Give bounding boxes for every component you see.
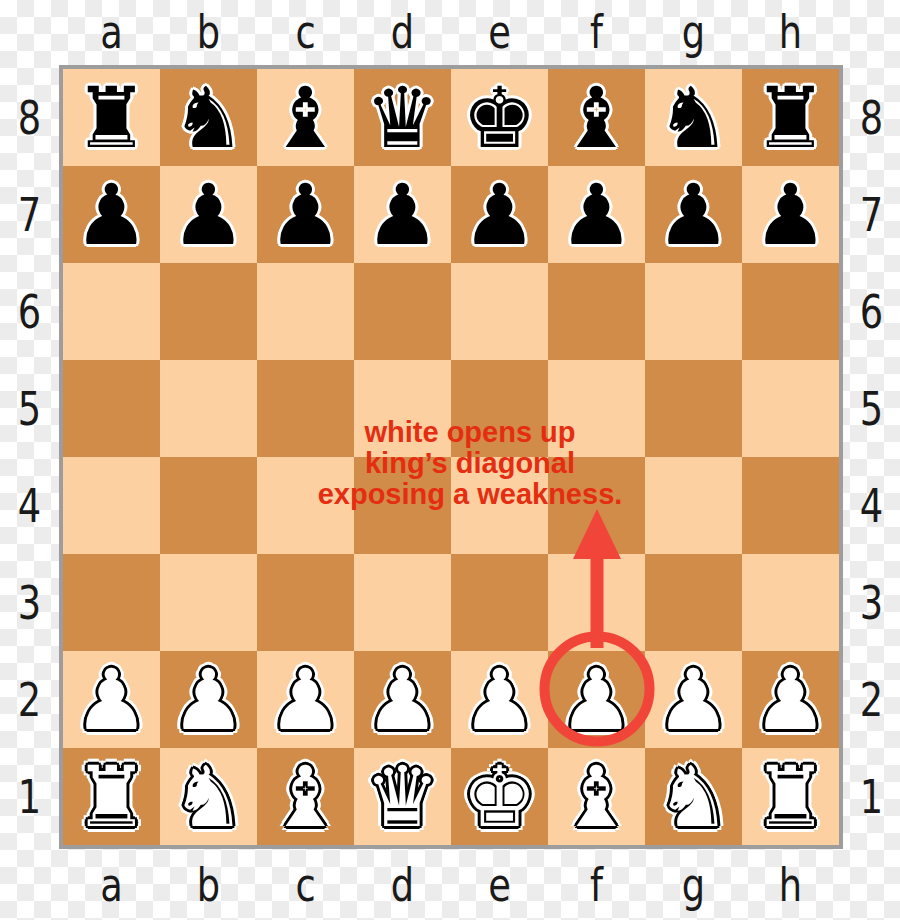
square-e2: ♟ <box>451 651 548 748</box>
square-g6 <box>645 263 742 360</box>
rank-label-3: 3 <box>6 554 53 651</box>
file-label-e: e <box>461 0 539 64</box>
rank-label-6: 6 <box>849 263 895 360</box>
piece-white-bishop: ♝ <box>548 748 645 845</box>
square-b4 <box>160 457 257 554</box>
file-labels-top: abcdefgh <box>63 0 839 64</box>
file-label-b: b <box>170 0 248 64</box>
rank-label-2: 2 <box>849 651 895 748</box>
square-d8: ♛ <box>354 69 451 166</box>
piece-black-bishop: ♝ <box>257 69 354 166</box>
square-g5 <box>645 360 742 457</box>
rank-label-3: 3 <box>849 554 895 651</box>
annotation-line-2: king’s diagonal <box>308 448 632 479</box>
piece-black-pawn: ♟ <box>63 166 160 263</box>
square-e6 <box>451 263 548 360</box>
piece-white-pawn: ♟ <box>63 651 160 748</box>
piece-black-king: ♚ <box>451 69 548 166</box>
square-f1: ♝ <box>548 748 645 845</box>
file-label-e: e <box>461 849 539 920</box>
annotation-line-1: white opens up <box>308 417 632 448</box>
rank-labels-left: 87654321 <box>0 69 59 845</box>
file-label-d: d <box>364 0 442 64</box>
file-label-d: d <box>364 849 442 920</box>
piece-white-pawn: ♟ <box>742 651 839 748</box>
square-f6 <box>548 263 645 360</box>
square-f8: ♝ <box>548 69 645 166</box>
square-c2: ♟ <box>257 651 354 748</box>
annotation-text: white opens up king’s diagonal exposing … <box>308 417 632 510</box>
square-b5 <box>160 360 257 457</box>
square-e3 <box>451 554 548 651</box>
square-b8: ♞ <box>160 69 257 166</box>
square-a5 <box>63 360 160 457</box>
piece-black-rook: ♜ <box>63 69 160 166</box>
piece-white-king: ♚ <box>451 748 548 845</box>
square-e8: ♚ <box>451 69 548 166</box>
file-labels-bottom: abcdefgh <box>63 849 839 920</box>
square-h3 <box>742 554 839 651</box>
file-label-a: a <box>73 0 151 64</box>
rank-label-5: 5 <box>6 360 53 457</box>
rank-labels-right: 87654321 <box>843 69 900 845</box>
piece-black-pawn: ♟ <box>645 166 742 263</box>
piece-white-queen: ♛ <box>354 748 451 845</box>
square-b6 <box>160 263 257 360</box>
square-f2: ♟ <box>548 651 645 748</box>
piece-black-knight: ♞ <box>645 69 742 166</box>
piece-white-pawn: ♟ <box>548 651 645 748</box>
rank-label-1: 1 <box>6 748 53 845</box>
rank-label-2: 2 <box>6 651 53 748</box>
square-e7: ♟ <box>451 166 548 263</box>
square-g3 <box>645 554 742 651</box>
piece-white-pawn: ♟ <box>645 651 742 748</box>
piece-white-pawn: ♟ <box>451 651 548 748</box>
piece-black-pawn: ♟ <box>742 166 839 263</box>
square-c3 <box>257 554 354 651</box>
square-c7: ♟ <box>257 166 354 263</box>
square-c8: ♝ <box>257 69 354 166</box>
square-d2: ♟ <box>354 651 451 748</box>
file-label-g: g <box>655 849 733 920</box>
piece-black-bishop: ♝ <box>548 69 645 166</box>
square-h6 <box>742 263 839 360</box>
file-label-a: a <box>73 849 151 920</box>
square-a6 <box>63 263 160 360</box>
rank-label-4: 4 <box>6 457 53 554</box>
file-label-g: g <box>655 0 733 64</box>
piece-black-pawn: ♟ <box>160 166 257 263</box>
square-g7: ♟ <box>645 166 742 263</box>
file-label-c: c <box>267 849 345 920</box>
piece-white-knight: ♞ <box>160 748 257 845</box>
piece-white-bishop: ♝ <box>257 748 354 845</box>
square-g2: ♟ <box>645 651 742 748</box>
piece-black-pawn: ♟ <box>548 166 645 263</box>
square-h4 <box>742 457 839 554</box>
square-d6 <box>354 263 451 360</box>
annotation-line-3: exposing a weakness. <box>308 479 632 510</box>
file-label-h: h <box>752 0 830 64</box>
square-a2: ♟ <box>63 651 160 748</box>
piece-black-pawn: ♟ <box>257 166 354 263</box>
square-g4 <box>645 457 742 554</box>
rank-label-4: 4 <box>849 457 895 554</box>
square-b3 <box>160 554 257 651</box>
piece-white-pawn: ♟ <box>354 651 451 748</box>
file-label-b: b <box>170 849 248 920</box>
piece-black-pawn: ♟ <box>354 166 451 263</box>
square-b7: ♟ <box>160 166 257 263</box>
square-e1: ♚ <box>451 748 548 845</box>
piece-white-knight: ♞ <box>645 748 742 845</box>
square-d3 <box>354 554 451 651</box>
square-c6 <box>257 263 354 360</box>
square-h1: ♜ <box>742 748 839 845</box>
square-a7: ♟ <box>63 166 160 263</box>
rank-label-6: 6 <box>6 263 53 360</box>
square-c1: ♝ <box>257 748 354 845</box>
rank-label-7: 7 <box>6 166 53 263</box>
square-d7: ♟ <box>354 166 451 263</box>
square-f7: ♟ <box>548 166 645 263</box>
file-label-f: f <box>558 0 636 64</box>
file-label-f: f <box>558 849 636 920</box>
square-h2: ♟ <box>742 651 839 748</box>
square-b2: ♟ <box>160 651 257 748</box>
piece-black-knight: ♞ <box>160 69 257 166</box>
piece-white-rook: ♜ <box>742 748 839 845</box>
file-label-c: c <box>267 0 345 64</box>
piece-black-pawn: ♟ <box>451 166 548 263</box>
square-g8: ♞ <box>645 69 742 166</box>
chess-diagram: abcdefgh abcdefgh 87654321 87654321 ♜♞♝♛… <box>0 0 900 920</box>
piece-black-queen: ♛ <box>354 69 451 166</box>
square-f3 <box>548 554 645 651</box>
square-b1: ♞ <box>160 748 257 845</box>
square-a3 <box>63 554 160 651</box>
rank-label-1: 1 <box>849 748 895 845</box>
piece-black-rook: ♜ <box>742 69 839 166</box>
rank-label-8: 8 <box>849 69 895 166</box>
file-label-h: h <box>752 849 830 920</box>
piece-white-pawn: ♟ <box>257 651 354 748</box>
rank-label-7: 7 <box>849 166 895 263</box>
square-a8: ♜ <box>63 69 160 166</box>
square-g1: ♞ <box>645 748 742 845</box>
square-h8: ♜ <box>742 69 839 166</box>
square-d1: ♛ <box>354 748 451 845</box>
square-h5 <box>742 360 839 457</box>
square-a1: ♜ <box>63 748 160 845</box>
piece-white-pawn: ♟ <box>160 651 257 748</box>
piece-white-rook: ♜ <box>63 748 160 845</box>
rank-label-8: 8 <box>6 69 53 166</box>
square-a4 <box>63 457 160 554</box>
square-h7: ♟ <box>742 166 839 263</box>
rank-label-5: 5 <box>849 360 895 457</box>
